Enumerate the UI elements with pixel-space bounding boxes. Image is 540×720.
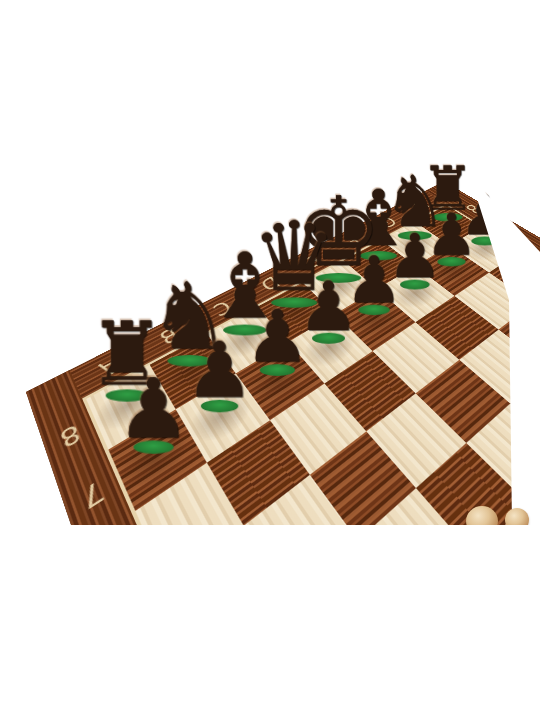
black-pawn-glyph: ♟ [117, 367, 191, 449]
perspective-scene: AABBCCDDEEFFGGHH8877665544332211♜♞♝♛♚♝♞♜… [0, 0, 540, 525]
chess-board: AABBCCDDEEFFGGHH8877665544332211♜♞♝♛♚♝♞♜… [26, 181, 540, 525]
white-piece-top-icon [505, 508, 529, 525]
piece-upright: ♟ [76, 267, 232, 456]
chessboard-photo: AABBCCDDEEFFGGHH8877665544332211♜♞♝♛♚♝♞♜… [0, 0, 540, 720]
photo-area: AABBCCDDEEFFGGHH8877665544332211♜♞♝♛♚♝♞♜… [0, 0, 540, 525]
